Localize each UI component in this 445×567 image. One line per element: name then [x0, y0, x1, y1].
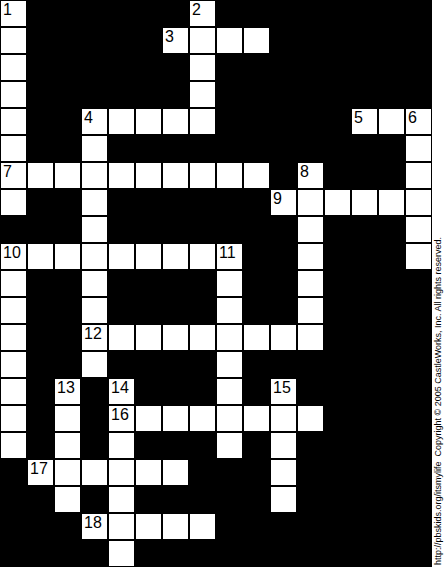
- cell-r9c11[interactable]: [297, 243, 324, 270]
- cell-r15c0[interactable]: [0, 405, 27, 432]
- black-cell-r0c12: [324, 0, 351, 27]
- black-cell-r12c14: [378, 324, 405, 351]
- cell-r15c11[interactable]: [297, 405, 324, 432]
- cell-r6c15[interactable]: [405, 162, 432, 189]
- cell-r8c3[interactable]: [81, 216, 108, 243]
- cell-r12c11[interactable]: [297, 324, 324, 351]
- black-cell-r0c1: [27, 0, 54, 27]
- black-cell-r13c2: [54, 351, 81, 378]
- cell-r10c8[interactable]: [216, 270, 243, 297]
- black-cell-r2c2: [54, 54, 81, 81]
- cell-r8c15[interactable]: [405, 216, 432, 243]
- black-cell-r17c11: [297, 459, 324, 486]
- cell-r9c8[interactable]: 11: [216, 243, 243, 270]
- cell-r5c0[interactable]: [0, 135, 27, 162]
- black-cell-r3c10: [270, 81, 297, 108]
- cell-r16c2[interactable]: [54, 432, 81, 459]
- cell-r18c4[interactable]: [108, 486, 135, 513]
- cell-r3c0[interactable]: [0, 81, 27, 108]
- black-cell-r10c12: [324, 270, 351, 297]
- cell-r9c0[interactable]: 10: [0, 243, 27, 270]
- cell-r17c1[interactable]: 17: [27, 459, 54, 486]
- black-cell-r8c6: [162, 216, 189, 243]
- black-cell-r7c4: [108, 189, 135, 216]
- clue-number-4: 4: [84, 109, 93, 126]
- black-cell-r0c10: [270, 0, 297, 27]
- black-cell-r16c6: [162, 432, 189, 459]
- black-cell-r18c8: [216, 486, 243, 513]
- black-cell-r3c9: [243, 81, 270, 108]
- black-cell-r4c9: [243, 108, 270, 135]
- cell-r19c6[interactable]: [162, 513, 189, 540]
- cell-r10c0[interactable]: [0, 270, 27, 297]
- cell-r15c5[interactable]: [135, 405, 162, 432]
- cell-r12c5[interactable]: [135, 324, 162, 351]
- black-cell-r2c5: [135, 54, 162, 81]
- black-cell-r10c5: [135, 270, 162, 297]
- cell-r9c6[interactable]: [162, 243, 189, 270]
- cell-r12c10[interactable]: [270, 324, 297, 351]
- black-cell-r13c15: [405, 351, 432, 378]
- cell-r12c3[interactable]: 12: [81, 324, 108, 351]
- black-cell-r16c7: [189, 432, 216, 459]
- cell-r15c6[interactable]: [162, 405, 189, 432]
- cell-r0c7[interactable]: 2: [189, 0, 216, 27]
- black-cell-r12c15: [405, 324, 432, 351]
- cell-r12c0[interactable]: [0, 324, 27, 351]
- black-cell-r5c9: [243, 135, 270, 162]
- cell-r6c0[interactable]: 7: [0, 162, 27, 189]
- cell-r16c4[interactable]: [108, 432, 135, 459]
- cell-r4c5[interactable]: [135, 108, 162, 135]
- black-cell-r10c13: [351, 270, 378, 297]
- black-cell-r14c14: [378, 378, 405, 405]
- cell-r6c7[interactable]: [189, 162, 216, 189]
- black-cell-r2c15: [405, 54, 432, 81]
- cell-r14c0[interactable]: [0, 378, 27, 405]
- black-cell-r8c7: [189, 216, 216, 243]
- cell-r11c3[interactable]: [81, 297, 108, 324]
- clue-number-5: 5: [354, 109, 363, 126]
- black-cell-r5c14: [378, 135, 405, 162]
- black-cell-r5c13: [351, 135, 378, 162]
- cell-r7c0[interactable]: [0, 189, 27, 216]
- black-cell-r11c5: [135, 297, 162, 324]
- cell-r16c0[interactable]: [0, 432, 27, 459]
- black-cell-r11c10: [270, 297, 297, 324]
- black-cell-r14c1: [27, 378, 54, 405]
- black-cell-r14c13: [351, 378, 378, 405]
- cell-r15c9[interactable]: [243, 405, 270, 432]
- black-cell-r17c15: [405, 459, 432, 486]
- black-cell-r1c13: [351, 27, 378, 54]
- black-cell-r19c11: [297, 513, 324, 540]
- cell-r4c3[interactable]: 4: [81, 108, 108, 135]
- black-cell-r11c9: [243, 297, 270, 324]
- cell-r6c3[interactable]: [81, 162, 108, 189]
- black-cell-r17c9: [243, 459, 270, 486]
- black-cell-r7c6: [162, 189, 189, 216]
- crossword-board: 123456789101112131415161718: [0, 0, 432, 567]
- copyright-text: http://pbskids.org/itsmylife Copyright ©…: [432, 0, 445, 567]
- cell-r6c11[interactable]: 8: [297, 162, 324, 189]
- black-cell-r13c9: [243, 351, 270, 378]
- black-cell-r6c13: [351, 162, 378, 189]
- black-cell-r19c10: [270, 513, 297, 540]
- black-cell-r8c4: [108, 216, 135, 243]
- black-cell-r18c12: [324, 486, 351, 513]
- black-cell-r10c15: [405, 270, 432, 297]
- black-cell-r4c12: [324, 108, 351, 135]
- black-cell-r10c7: [189, 270, 216, 297]
- black-cell-r20c3: [81, 540, 108, 567]
- black-cell-r3c6: [162, 81, 189, 108]
- cell-r5c15[interactable]: [405, 135, 432, 162]
- cell-r10c3[interactable]: [81, 270, 108, 297]
- black-cell-r16c5: [135, 432, 162, 459]
- black-cell-r8c14: [378, 216, 405, 243]
- cell-r14c4[interactable]: 14: [108, 378, 135, 405]
- cell-r3c7[interactable]: [189, 81, 216, 108]
- black-cell-r13c7: [189, 351, 216, 378]
- clue-number-14: 14: [111, 379, 129, 396]
- clue-number-15: 15: [273, 379, 291, 396]
- black-cell-r15c14: [378, 405, 405, 432]
- black-cell-r16c9: [243, 432, 270, 459]
- cell-r6c4[interactable]: [108, 162, 135, 189]
- black-cell-r2c12: [324, 54, 351, 81]
- cell-r12c8[interactable]: [216, 324, 243, 351]
- cell-r15c4[interactable]: 16: [108, 405, 135, 432]
- black-cell-r5c11: [297, 135, 324, 162]
- black-cell-r18c7: [189, 486, 216, 513]
- black-cell-r20c9: [243, 540, 270, 567]
- black-cell-r8c2: [54, 216, 81, 243]
- black-cell-r2c6: [162, 54, 189, 81]
- clue-number-18: 18: [84, 514, 102, 531]
- cell-r1c9[interactable]: [243, 27, 270, 54]
- black-cell-r1c14: [378, 27, 405, 54]
- black-cell-r18c0: [0, 486, 27, 513]
- black-cell-r7c8: [216, 189, 243, 216]
- black-cell-r20c7: [189, 540, 216, 567]
- black-cell-r13c13: [351, 351, 378, 378]
- black-cell-r12c12: [324, 324, 351, 351]
- black-cell-r8c8: [216, 216, 243, 243]
- cell-r4c4[interactable]: [108, 108, 135, 135]
- black-cell-r7c7: [189, 189, 216, 216]
- cell-r16c10[interactable]: [270, 432, 297, 459]
- clue-number-9: 9: [273, 190, 282, 207]
- black-cell-r0c3: [81, 0, 108, 27]
- black-cell-r15c13: [351, 405, 378, 432]
- cell-r12c9[interactable]: [243, 324, 270, 351]
- black-cell-r14c3: [81, 378, 108, 405]
- black-cell-r19c13: [351, 513, 378, 540]
- cell-r19c3[interactable]: 18: [81, 513, 108, 540]
- clue-number-10: 10: [3, 244, 21, 261]
- black-cell-r7c5: [135, 189, 162, 216]
- black-cell-r4c2: [54, 108, 81, 135]
- cell-r17c2[interactable]: [54, 459, 81, 486]
- cell-r17c3[interactable]: [81, 459, 108, 486]
- clue-number-8: 8: [300, 163, 309, 180]
- cell-r6c6[interactable]: [162, 162, 189, 189]
- cell-r11c11[interactable]: [297, 297, 324, 324]
- black-cell-r5c5: [135, 135, 162, 162]
- black-cell-r9c10: [270, 243, 297, 270]
- cell-r5c3[interactable]: [81, 135, 108, 162]
- cell-r2c7[interactable]: [189, 54, 216, 81]
- cell-r4c15[interactable]: 6: [405, 108, 432, 135]
- cell-r4c14[interactable]: [378, 108, 405, 135]
- cell-r7c12[interactable]: [324, 189, 351, 216]
- black-cell-r1c3: [81, 27, 108, 54]
- black-cell-r13c12: [324, 351, 351, 378]
- black-cell-r6c10: [270, 162, 297, 189]
- black-cell-r5c7: [189, 135, 216, 162]
- cell-r13c0[interactable]: [0, 351, 27, 378]
- cell-r7c15[interactable]: [405, 189, 432, 216]
- cell-r19c4[interactable]: [108, 513, 135, 540]
- black-cell-r19c1: [27, 513, 54, 540]
- black-cell-r14c6: [162, 378, 189, 405]
- black-cell-r4c11: [297, 108, 324, 135]
- black-cell-r16c1: [27, 432, 54, 459]
- black-cell-r11c14: [378, 297, 405, 324]
- black-cell-r1c1: [27, 27, 54, 54]
- black-cell-r5c4: [108, 135, 135, 162]
- cell-r6c8[interactable]: [216, 162, 243, 189]
- black-cell-r13c4: [108, 351, 135, 378]
- black-cell-r7c1: [27, 189, 54, 216]
- black-cell-r20c6: [162, 540, 189, 567]
- black-cell-r8c0: [0, 216, 27, 243]
- black-cell-r17c7: [189, 459, 216, 486]
- cell-r9c3[interactable]: [81, 243, 108, 270]
- black-cell-r15c3: [81, 405, 108, 432]
- black-cell-r8c13: [351, 216, 378, 243]
- cell-r1c8[interactable]: [216, 27, 243, 54]
- cell-r0c0[interactable]: 1: [0, 0, 27, 27]
- cell-r4c0[interactable]: [0, 108, 27, 135]
- black-cell-r10c9: [243, 270, 270, 297]
- black-cell-r3c2: [54, 81, 81, 108]
- black-cell-r18c5: [135, 486, 162, 513]
- cell-r12c4[interactable]: [108, 324, 135, 351]
- clue-number-7: 7: [3, 163, 12, 180]
- crossword-puzzle-page: { "game": { "name": "crossword", "rows":…: [0, 0, 445, 567]
- cell-r12c7[interactable]: [189, 324, 216, 351]
- cell-r11c0[interactable]: [0, 297, 27, 324]
- cell-r16c8[interactable]: [216, 432, 243, 459]
- cell-r1c6[interactable]: 3: [162, 27, 189, 54]
- cell-r15c8[interactable]: [216, 405, 243, 432]
- cell-r9c15[interactable]: [405, 243, 432, 270]
- cell-r12c6[interactable]: [162, 324, 189, 351]
- cell-r6c5[interactable]: [135, 162, 162, 189]
- black-cell-r17c12: [324, 459, 351, 486]
- black-cell-r3c11: [297, 81, 324, 108]
- black-cell-r8c10: [270, 216, 297, 243]
- black-cell-r16c3: [81, 432, 108, 459]
- black-cell-r20c14: [378, 540, 405, 567]
- cell-r4c13[interactable]: 5: [351, 108, 378, 135]
- black-cell-r9c14: [378, 243, 405, 270]
- black-cell-r19c15: [405, 513, 432, 540]
- black-cell-r5c8: [216, 135, 243, 162]
- cell-r7c14[interactable]: [378, 189, 405, 216]
- clue-number-3: 3: [165, 28, 174, 45]
- cell-r11c8[interactable]: [216, 297, 243, 324]
- black-cell-r11c15: [405, 297, 432, 324]
- black-cell-r11c13: [351, 297, 378, 324]
- black-cell-r16c11: [297, 432, 324, 459]
- cell-r1c7[interactable]: [189, 27, 216, 54]
- black-cell-r20c10: [270, 540, 297, 567]
- black-cell-r11c12: [324, 297, 351, 324]
- black-cell-r13c14: [378, 351, 405, 378]
- black-cell-r16c14: [378, 432, 405, 459]
- black-cell-r11c6: [162, 297, 189, 324]
- cell-r15c7[interactable]: [189, 405, 216, 432]
- cell-r17c6[interactable]: [162, 459, 189, 486]
- black-cell-r14c7: [189, 378, 216, 405]
- black-cell-r11c7: [189, 297, 216, 324]
- black-cell-r17c13: [351, 459, 378, 486]
- black-cell-r16c13: [351, 432, 378, 459]
- cell-r9c5[interactable]: [135, 243, 162, 270]
- black-cell-r20c11: [297, 540, 324, 567]
- black-cell-r0c14: [378, 0, 405, 27]
- black-cell-r1c4: [108, 27, 135, 54]
- black-cell-r0c15: [405, 0, 432, 27]
- black-cell-r17c8: [216, 459, 243, 486]
- black-cell-r13c6: [162, 351, 189, 378]
- cell-r9c1[interactable]: [27, 243, 54, 270]
- black-cell-r15c1: [27, 405, 54, 432]
- cell-r9c2[interactable]: [54, 243, 81, 270]
- cell-r8c11[interactable]: [297, 216, 324, 243]
- black-cell-r2c4: [108, 54, 135, 81]
- black-cell-r8c12: [324, 216, 351, 243]
- clue-number-12: 12: [84, 325, 102, 342]
- black-cell-r18c6: [162, 486, 189, 513]
- black-cell-r2c8: [216, 54, 243, 81]
- cell-r7c10[interactable]: 9: [270, 189, 297, 216]
- cell-r20c4[interactable]: [108, 540, 135, 567]
- black-cell-r2c11: [297, 54, 324, 81]
- black-cell-r2c14: [378, 54, 405, 81]
- black-cell-r11c1: [27, 297, 54, 324]
- black-cell-r2c10: [270, 54, 297, 81]
- cell-r4c6[interactable]: [162, 108, 189, 135]
- black-cell-r1c5: [135, 27, 162, 54]
- cell-r6c9[interactable]: [243, 162, 270, 189]
- black-cell-r10c2: [54, 270, 81, 297]
- cell-r9c7[interactable]: [189, 243, 216, 270]
- black-cell-r3c8: [216, 81, 243, 108]
- black-cell-r2c13: [351, 54, 378, 81]
- black-cell-r18c14: [378, 486, 405, 513]
- clue-number-11: 11: [219, 244, 236, 261]
- cell-r10c11[interactable]: [297, 270, 324, 297]
- black-cell-r3c3: [81, 81, 108, 108]
- black-cell-r12c2: [54, 324, 81, 351]
- black-cell-r3c12: [324, 81, 351, 108]
- cell-r9c4[interactable]: [108, 243, 135, 270]
- cell-r4c7[interactable]: [189, 108, 216, 135]
- black-cell-r19c8: [216, 513, 243, 540]
- cell-r18c10[interactable]: [270, 486, 297, 513]
- cell-r2c0[interactable]: [0, 54, 27, 81]
- cell-r18c2[interactable]: [54, 486, 81, 513]
- cell-r7c11[interactable]: [297, 189, 324, 216]
- black-cell-r0c4: [108, 0, 135, 27]
- black-cell-r20c1: [27, 540, 54, 567]
- black-cell-r20c13: [351, 540, 378, 567]
- black-cell-r9c13: [351, 243, 378, 270]
- black-cell-r19c12: [324, 513, 351, 540]
- black-cell-r16c12: [324, 432, 351, 459]
- black-cell-r1c2: [54, 27, 81, 54]
- cell-r14c8[interactable]: [216, 378, 243, 405]
- black-cell-r14c11: [297, 378, 324, 405]
- cell-r7c13[interactable]: [351, 189, 378, 216]
- black-cell-r11c2: [54, 297, 81, 324]
- cell-r1c0[interactable]: [0, 27, 27, 54]
- cell-r15c10[interactable]: [270, 405, 297, 432]
- black-cell-r11c4: [108, 297, 135, 324]
- cell-r6c1[interactable]: [27, 162, 54, 189]
- black-cell-r20c0: [0, 540, 27, 567]
- black-cell-r5c1: [27, 135, 54, 162]
- cell-r15c2[interactable]: [54, 405, 81, 432]
- black-cell-r2c9: [243, 54, 270, 81]
- black-cell-r18c13: [351, 486, 378, 513]
- black-cell-r3c1: [27, 81, 54, 108]
- cell-r19c5[interactable]: [135, 513, 162, 540]
- black-cell-r17c0: [0, 459, 27, 486]
- black-cell-r1c15: [405, 27, 432, 54]
- black-cell-r19c9: [243, 513, 270, 540]
- cell-r13c8[interactable]: [216, 351, 243, 378]
- black-cell-r17c14: [378, 459, 405, 486]
- black-cell-r3c13: [351, 81, 378, 108]
- cell-r17c5[interactable]: [135, 459, 162, 486]
- clue-number-17: 17: [30, 460, 48, 477]
- black-cell-r20c12: [324, 540, 351, 567]
- black-cell-r7c2: [54, 189, 81, 216]
- cell-r14c2[interactable]: 13: [54, 378, 81, 405]
- copyright-strip: http://pbskids.org/itsmylife Copyright ©…: [432, 0, 445, 567]
- cell-r6c2[interactable]: [54, 162, 81, 189]
- cell-r13c3[interactable]: [81, 351, 108, 378]
- black-cell-r20c15: [405, 540, 432, 567]
- black-cell-r13c5: [135, 351, 162, 378]
- cell-r17c4[interactable]: [108, 459, 135, 486]
- cell-r19c7[interactable]: [189, 513, 216, 540]
- cell-r14c10[interactable]: 15: [270, 378, 297, 405]
- black-cell-r0c11: [297, 0, 324, 27]
- cell-r7c3[interactable]: [81, 189, 108, 216]
- black-cell-r3c5: [135, 81, 162, 108]
- black-cell-r10c1: [27, 270, 54, 297]
- cell-r17c10[interactable]: [270, 459, 297, 486]
- clue-number-16: 16: [111, 406, 129, 423]
- black-cell-r15c15: [405, 405, 432, 432]
- black-cell-r10c6: [162, 270, 189, 297]
